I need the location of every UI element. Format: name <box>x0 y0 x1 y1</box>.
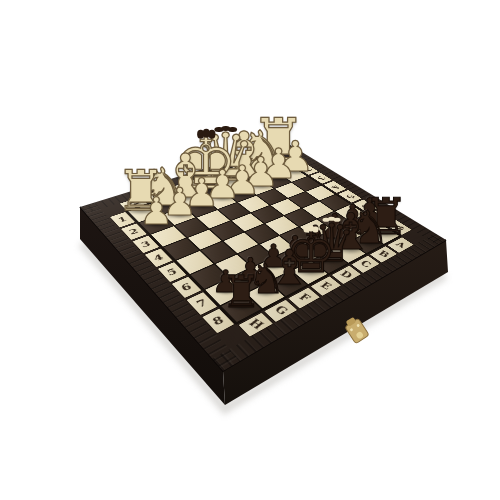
product-photo-chess-set: 1122334455667788HHGGFFEEDDCCBBAA ♜♞♝♛♚♝♞… <box>0 0 500 500</box>
